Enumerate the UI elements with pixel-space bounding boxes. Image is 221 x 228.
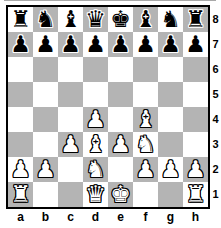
square-c6[interactable] — [58, 57, 83, 82]
black-pawn: ♟ — [10, 32, 31, 57]
square-h7[interactable]: ♟ — [183, 32, 208, 57]
white-pawn: ♟ — [35, 157, 56, 182]
square-b5[interactable] — [33, 82, 58, 107]
file-label-g: g — [158, 209, 183, 226]
square-f3[interactable]: ♞ — [133, 132, 158, 157]
file-labels: abcdefgh — [8, 209, 208, 226]
rank-label-4: 4 — [210, 107, 221, 132]
square-d6[interactable] — [83, 57, 108, 82]
rank-label-6: 6 — [210, 57, 221, 82]
square-e4[interactable] — [108, 107, 133, 132]
square-f7[interactable]: ♟ — [133, 32, 158, 57]
black-pawn: ♟ — [110, 32, 131, 57]
square-c4[interactable] — [58, 107, 83, 132]
black-bishop: ♝ — [135, 7, 156, 32]
white-pawn: ♟ — [160, 157, 181, 182]
square-a1[interactable]: ♜ — [8, 182, 33, 207]
square-h1[interactable]: ♜ — [183, 182, 208, 207]
black-pawn: ♟ — [135, 32, 156, 57]
square-d8[interactable]: ♛ — [83, 7, 108, 32]
square-f1[interactable] — [133, 182, 158, 207]
square-d2[interactable]: ♞ — [83, 157, 108, 182]
square-b6[interactable] — [33, 57, 58, 82]
square-h6[interactable] — [183, 57, 208, 82]
square-h5[interactable] — [183, 82, 208, 107]
white-king: ♚ — [110, 182, 131, 207]
white-bishop: ♝ — [85, 132, 106, 157]
file-label-e: e — [108, 209, 133, 226]
square-g8[interactable]: ♞ — [158, 7, 183, 32]
top-edge-line — [4, 0, 216, 1]
black-pawn: ♟ — [85, 32, 106, 57]
rank-label-3: 3 — [210, 132, 221, 157]
square-d4[interactable]: ♟ — [83, 107, 108, 132]
black-pawn: ♟ — [35, 32, 56, 57]
black-rook: ♜ — [185, 7, 206, 32]
square-h4[interactable] — [183, 107, 208, 132]
white-pawn: ♟ — [10, 157, 31, 182]
square-f6[interactable] — [133, 57, 158, 82]
square-d5[interactable] — [83, 82, 108, 107]
square-b3[interactable] — [33, 132, 58, 157]
square-d1[interactable]: ♛ — [83, 182, 108, 207]
white-pawn: ♟ — [85, 107, 106, 132]
square-e1[interactable]: ♚ — [108, 182, 133, 207]
square-f8[interactable]: ♝ — [133, 7, 158, 32]
square-c3[interactable]: ♟ — [58, 132, 83, 157]
rank-label-8: 8 — [210, 7, 221, 32]
square-g3[interactable] — [158, 132, 183, 157]
square-e6[interactable] — [108, 57, 133, 82]
white-rook: ♜ — [185, 182, 206, 207]
file-label-b: b — [33, 209, 58, 226]
square-h2[interactable]: ♟ — [183, 157, 208, 182]
square-b2[interactable]: ♟ — [33, 157, 58, 182]
black-pawn: ♟ — [60, 32, 81, 57]
file-label-c: c — [58, 209, 83, 226]
file-label-h: h — [183, 209, 208, 226]
square-a4[interactable] — [8, 107, 33, 132]
square-g7[interactable]: ♟ — [158, 32, 183, 57]
black-bishop: ♝ — [60, 7, 81, 32]
rank-label-7: 7 — [210, 32, 221, 57]
square-c5[interactable] — [58, 82, 83, 107]
square-b7[interactable]: ♟ — [33, 32, 58, 57]
black-queen: ♛ — [85, 7, 106, 32]
square-b8[interactable]: ♞ — [33, 7, 58, 32]
square-b4[interactable] — [33, 107, 58, 132]
square-a6[interactable] — [8, 57, 33, 82]
black-rook: ♜ — [10, 7, 31, 32]
square-f2[interactable]: ♟ — [133, 157, 158, 182]
square-g2[interactable]: ♟ — [158, 157, 183, 182]
rank-label-1: 1 — [210, 182, 221, 207]
square-e5[interactable] — [108, 82, 133, 107]
square-f4[interactable]: ♝ — [133, 107, 158, 132]
square-e2[interactable] — [108, 157, 133, 182]
white-queen: ♛ — [85, 182, 106, 207]
chess-diagram: ♜♞♝♛♚♝♞♜♟♟♟♟♟♟♟♟♟♝♟♝♟♞♟♟♞♟♟♟♜♛♚♜ — [6, 5, 210, 209]
rank-label-5: 5 — [210, 82, 221, 107]
white-pawn: ♟ — [110, 132, 131, 157]
square-a7[interactable]: ♟ — [8, 32, 33, 57]
black-knight: ♞ — [160, 7, 181, 32]
white-pawn: ♟ — [185, 157, 206, 182]
square-g1[interactable] — [158, 182, 183, 207]
square-c7[interactable]: ♟ — [58, 32, 83, 57]
square-c8[interactable]: ♝ — [58, 7, 83, 32]
square-a2[interactable]: ♟ — [8, 157, 33, 182]
square-g4[interactable] — [158, 107, 183, 132]
square-e3[interactable]: ♟ — [108, 132, 133, 157]
square-b1[interactable] — [33, 182, 58, 207]
square-h3[interactable] — [183, 132, 208, 157]
square-f5[interactable] — [133, 82, 158, 107]
file-label-a: a — [8, 209, 33, 226]
square-a3[interactable] — [8, 132, 33, 157]
chess-board: ♜♞♝♛♚♝♞♜♟♟♟♟♟♟♟♟♟♝♟♝♟♞♟♟♞♟♟♟♜♛♚♜ — [8, 7, 208, 207]
rank-labels: 87654321 — [210, 7, 221, 207]
square-e8[interactable]: ♚ — [108, 7, 133, 32]
black-knight: ♞ — [35, 7, 56, 32]
square-d3[interactable]: ♝ — [83, 132, 108, 157]
white-knight: ♞ — [135, 132, 156, 157]
file-label-f: f — [133, 209, 158, 226]
square-a8[interactable]: ♜ — [8, 7, 33, 32]
square-e7[interactable]: ♟ — [108, 32, 133, 57]
square-d7[interactable]: ♟ — [83, 32, 108, 57]
square-c2[interactable] — [58, 157, 83, 182]
white-pawn: ♟ — [135, 157, 156, 182]
white-pawn: ♟ — [60, 132, 81, 157]
square-a5[interactable] — [8, 82, 33, 107]
square-g5[interactable] — [158, 82, 183, 107]
square-g6[interactable] — [158, 57, 183, 82]
black-pawn: ♟ — [160, 32, 181, 57]
white-bishop: ♝ — [135, 107, 156, 132]
white-knight: ♞ — [85, 157, 106, 182]
file-label-d: d — [83, 209, 108, 226]
black-pawn: ♟ — [185, 32, 206, 57]
white-rook: ♜ — [10, 182, 31, 207]
board-frame: ♜♞♝♛♚♝♞♜♟♟♟♟♟♟♟♟♟♝♟♝♟♞♟♟♞♟♟♟♜♛♚♜ — [6, 5, 210, 209]
rank-label-2: 2 — [210, 157, 221, 182]
square-h8[interactable]: ♜ — [183, 7, 208, 32]
square-c1[interactable] — [58, 182, 83, 207]
black-king: ♚ — [110, 7, 131, 32]
